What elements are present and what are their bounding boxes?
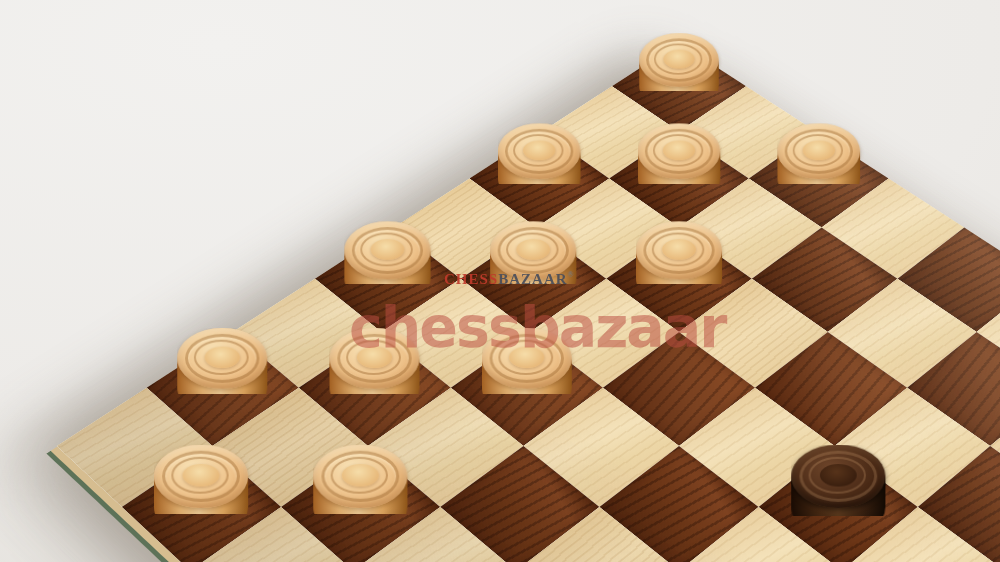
watermark-small-chess: CHESS (444, 271, 498, 287)
piece-center-dome (183, 464, 220, 487)
piece-center-dome (820, 464, 857, 487)
product-photo: CHESSBAZAAR® chessbazaar (0, 0, 1000, 562)
piece-top (498, 123, 581, 179)
piece-top (344, 221, 430, 279)
piece-center-dome (516, 239, 550, 260)
watermark-big: chessbazaar (349, 299, 725, 356)
piece-top (636, 221, 722, 279)
piece-center-dome (803, 141, 835, 161)
piece-center-dome (663, 50, 694, 69)
piece-top (638, 123, 721, 179)
watermark-small: CHESSBAZAAR® (444, 270, 574, 288)
piece-top (639, 33, 718, 87)
registered-trademark-icon: ® (568, 270, 574, 279)
piece-center-dome (342, 464, 379, 487)
piece-top (777, 123, 860, 179)
piece-top (313, 445, 407, 509)
watermark-small-bazaar: BAZAAR (498, 271, 567, 287)
piece-top (791, 445, 885, 509)
piece-center-dome (523, 141, 555, 161)
piece-top (154, 445, 248, 509)
piece-center-dome (662, 239, 696, 260)
piece-center-dome (205, 347, 240, 369)
piece-center-dome (663, 141, 695, 161)
piece-center-dome (371, 239, 405, 260)
piece-top (177, 328, 267, 389)
